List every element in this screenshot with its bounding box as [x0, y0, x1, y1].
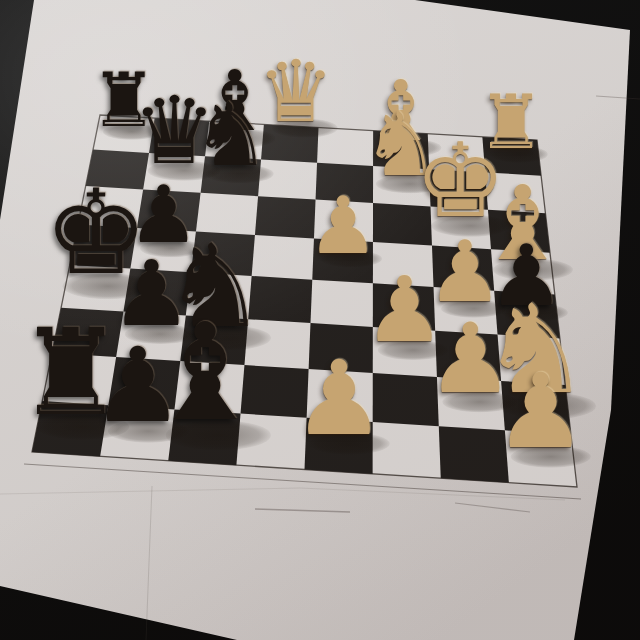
- chess-photo: ♜♝♝♜♛♞♞♚♟♟♝♚♟♟♟♞♟♟♞♜♟♝♟♟♛: [0, 0, 640, 640]
- piece-black-knight: ♞: [192, 92, 271, 180]
- piece-white-pawn: ♟: [494, 359, 587, 462]
- piece-white-pawn: ♟: [307, 186, 378, 265]
- piece-white-pawn: ♟: [293, 347, 386, 450]
- piece-black-bishop: ♝: [145, 307, 265, 441]
- pieces-layer: ♜♝♝♜♛♞♞♚♟♟♝♚♟♟♟♞♟♟♞♜♟♝♟♟♛: [0, 0, 640, 640]
